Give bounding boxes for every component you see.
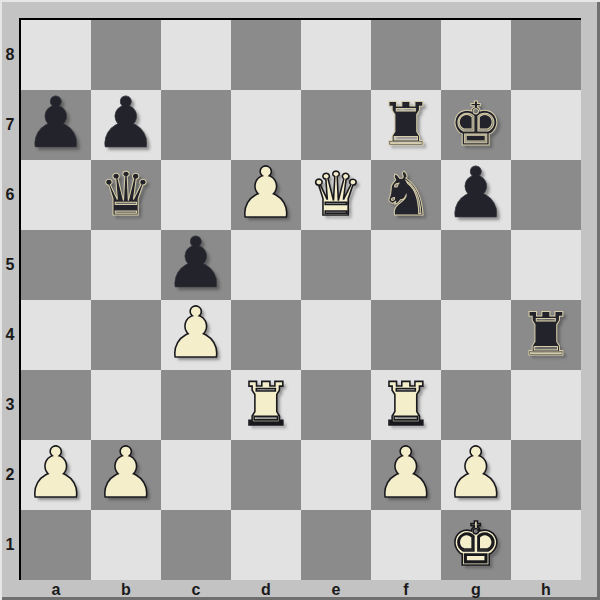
piece-black-pawn[interactable]: ♟ <box>91 90 161 160</box>
square-e7[interactable] <box>301 90 371 160</box>
square-d8[interactable] <box>231 20 301 90</box>
square-b8[interactable] <box>91 20 161 90</box>
square-e2[interactable] <box>301 440 371 510</box>
file-label-e: e <box>301 580 371 600</box>
rank-label-6: 6 <box>2 160 18 230</box>
square-e4[interactable] <box>301 300 371 370</box>
square-f6[interactable]: ♞ <box>371 160 441 230</box>
file-label-b: b <box>91 580 161 600</box>
square-a3[interactable] <box>21 370 91 440</box>
piece-black-pawn[interactable]: ♟ <box>161 230 231 300</box>
square-a8[interactable] <box>21 20 91 90</box>
rank-label-7: 7 <box>2 90 18 160</box>
square-c1[interactable] <box>161 510 231 580</box>
square-d6[interactable]: ♟ <box>231 160 301 230</box>
square-c7[interactable] <box>161 90 231 160</box>
square-b4[interactable] <box>91 300 161 370</box>
square-f3[interactable]: ♜ <box>371 370 441 440</box>
rank-label-8: 8 <box>2 20 18 90</box>
square-b7[interactable]: ♟ <box>91 90 161 160</box>
square-f7[interactable]: ♜ <box>371 90 441 160</box>
square-c4[interactable]: ♟ <box>161 300 231 370</box>
square-d7[interactable] <box>231 90 301 160</box>
square-h7[interactable] <box>511 90 581 160</box>
rank-label-1: 1 <box>2 510 18 580</box>
square-a5[interactable] <box>21 230 91 300</box>
square-b1[interactable] <box>91 510 161 580</box>
square-g4[interactable] <box>441 300 511 370</box>
square-c6[interactable] <box>161 160 231 230</box>
square-h8[interactable] <box>511 20 581 90</box>
square-h4[interactable]: ♜ <box>511 300 581 370</box>
rank-label-5: 5 <box>2 230 18 300</box>
square-a7[interactable]: ♟ <box>21 90 91 160</box>
square-f4[interactable] <box>371 300 441 370</box>
square-c5[interactable]: ♟ <box>161 230 231 300</box>
square-a1[interactable] <box>21 510 91 580</box>
square-e8[interactable] <box>301 20 371 90</box>
square-b5[interactable] <box>91 230 161 300</box>
square-b6[interactable]: ♛ <box>91 160 161 230</box>
piece-white-queen[interactable]: ♛ <box>301 160 371 230</box>
piece-white-rook[interactable]: ♜ <box>371 370 441 440</box>
piece-black-queen[interactable]: ♛ <box>91 160 161 230</box>
file-label-c: c <box>161 580 231 600</box>
piece-black-pawn[interactable]: ♟ <box>441 160 511 230</box>
square-b3[interactable] <box>91 370 161 440</box>
square-f8[interactable] <box>371 20 441 90</box>
piece-black-rook[interactable]: ♜ <box>371 90 441 160</box>
chess-board: ♟♟♜♚♛♟♛♞♟♟♟♜♜♜♟♟♟♟♚ <box>19 18 581 580</box>
square-g1[interactable]: ♚ <box>441 510 511 580</box>
square-d3[interactable]: ♜ <box>231 370 301 440</box>
square-e6[interactable]: ♛ <box>301 160 371 230</box>
square-f2[interactable]: ♟ <box>371 440 441 510</box>
square-a6[interactable] <box>21 160 91 230</box>
square-e5[interactable] <box>301 230 371 300</box>
piece-black-king[interactable]: ♚ <box>441 90 511 160</box>
square-h2[interactable] <box>511 440 581 510</box>
square-g3[interactable] <box>441 370 511 440</box>
square-g5[interactable] <box>441 230 511 300</box>
square-d1[interactable] <box>231 510 301 580</box>
square-a4[interactable] <box>21 300 91 370</box>
rank-label-4: 4 <box>2 300 18 370</box>
file-label-h: h <box>511 580 581 600</box>
square-h3[interactable] <box>511 370 581 440</box>
file-label-f: f <box>371 580 441 600</box>
square-g2[interactable]: ♟ <box>441 440 511 510</box>
piece-white-rook[interactable]: ♜ <box>231 370 301 440</box>
piece-white-pawn[interactable]: ♟ <box>161 300 231 370</box>
square-c2[interactable] <box>161 440 231 510</box>
square-h5[interactable] <box>511 230 581 300</box>
square-h6[interactable] <box>511 160 581 230</box>
chess-diagram-frame: ♟♟♜♚♛♟♛♞♟♟♟♜♜♜♟♟♟♟♚ 87654321abcdefgh <box>0 0 600 600</box>
square-h1[interactable] <box>511 510 581 580</box>
file-label-a: a <box>21 580 91 600</box>
square-e1[interactable] <box>301 510 371 580</box>
square-d5[interactable] <box>231 230 301 300</box>
piece-black-pawn[interactable]: ♟ <box>21 90 91 160</box>
rank-label-2: 2 <box>2 440 18 510</box>
piece-white-pawn[interactable]: ♟ <box>21 440 91 510</box>
piece-white-pawn[interactable]: ♟ <box>371 440 441 510</box>
square-b2[interactable]: ♟ <box>91 440 161 510</box>
piece-black-rook[interactable]: ♜ <box>511 300 581 370</box>
square-e3[interactable] <box>301 370 371 440</box>
piece-white-king[interactable]: ♚ <box>441 510 511 580</box>
square-c3[interactable] <box>161 370 231 440</box>
rank-label-3: 3 <box>2 370 18 440</box>
square-f5[interactable] <box>371 230 441 300</box>
file-label-g: g <box>441 580 511 600</box>
file-label-d: d <box>231 580 301 600</box>
square-f1[interactable] <box>371 510 441 580</box>
piece-black-knight[interactable]: ♞ <box>371 160 441 230</box>
square-g8[interactable] <box>441 20 511 90</box>
square-g6[interactable]: ♟ <box>441 160 511 230</box>
square-d2[interactable] <box>231 440 301 510</box>
square-c8[interactable] <box>161 20 231 90</box>
square-g7[interactable]: ♚ <box>441 90 511 160</box>
square-a2[interactable]: ♟ <box>21 440 91 510</box>
piece-white-pawn[interactable]: ♟ <box>441 440 511 510</box>
square-d4[interactable] <box>231 300 301 370</box>
piece-white-pawn[interactable]: ♟ <box>91 440 161 510</box>
piece-white-pawn[interactable]: ♟ <box>231 160 301 230</box>
